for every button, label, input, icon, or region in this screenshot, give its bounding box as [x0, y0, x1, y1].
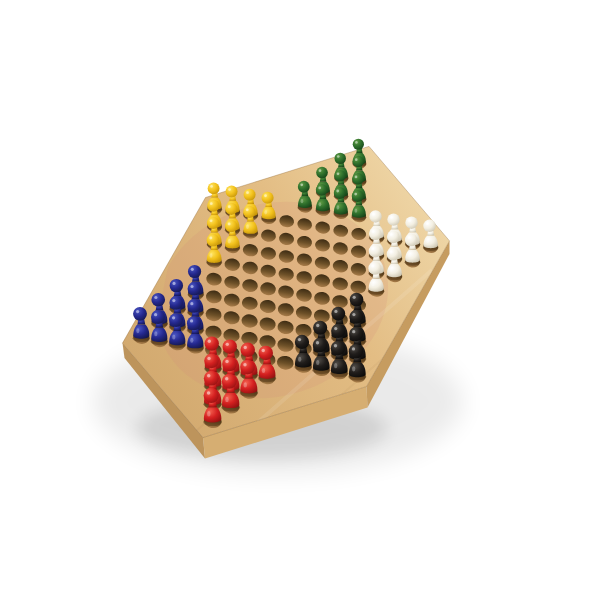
chinese-checkers-board: [0, 0, 600, 600]
product-photo-stage: [0, 0, 600, 600]
